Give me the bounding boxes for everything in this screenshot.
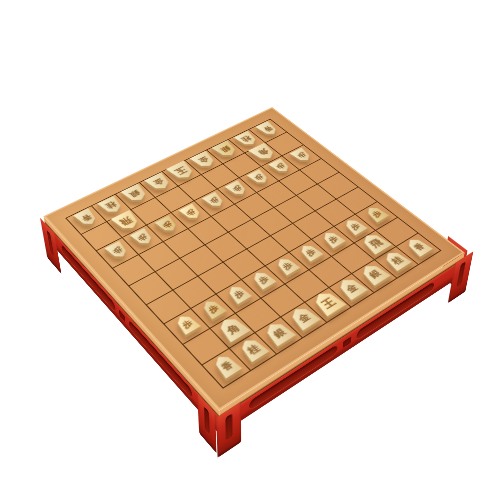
kanji-glyph: 王: [319, 296, 337, 310]
kanji-glyph: 歩: [327, 235, 340, 244]
kanji-glyph: 歩: [160, 220, 172, 229]
piece-top-face: 銀: [260, 319, 297, 348]
square-9f[interactable]: [147, 290, 191, 324]
piece-pawn-sente[interactable]: 歩: [319, 231, 347, 251]
piece-pawn-sente[interactable]: 歩: [224, 285, 253, 307]
kanji-glyph: 歩: [207, 304, 221, 314]
square-6g[interactable]: 歩: [242, 266, 286, 298]
square-7h[interactable]: [236, 298, 281, 333]
piece-side-face: [224, 285, 253, 307]
square-8f[interactable]: [173, 276, 217, 309]
piece-side-face: [213, 316, 251, 346]
kanji-glyph: 玉: [173, 165, 189, 175]
kanji-glyph: 銀: [367, 269, 382, 280]
square-9e[interactable]: [130, 272, 174, 305]
stand-notch: [119, 310, 125, 323]
kanji-glyph: 桂: [240, 135, 253, 143]
piece-top-face: 金: [286, 304, 322, 332]
square-2h[interactable]: 飛: [355, 230, 397, 260]
kanji-glyph: 歩: [274, 162, 286, 170]
piece-top-face: 歩: [296, 242, 324, 262]
square-9c[interactable]: 歩: [97, 238, 139, 268]
kanji-glyph: 飛: [119, 215, 134, 226]
kanji-glyph: 角: [225, 322, 242, 335]
kanji-glyph: 歩: [304, 248, 317, 257]
board-surface: 香桂銀金玉金銀桂香飛角歩歩歩歩歩歩歩歩歩歩歩歩歩歩歩歩歩歩角飛香桂銀金王金銀桂香: [44, 107, 465, 411]
kanji-glyph: 歩: [371, 210, 384, 218]
kanji-glyph: 歩: [184, 208, 196, 216]
kanji-glyph: 歩: [136, 232, 149, 241]
piece-top-face: 金: [334, 275, 369, 301]
square-8h[interactable]: 角: [210, 313, 256, 349]
square-4h[interactable]: [309, 256, 353, 288]
kanji-glyph: 歩: [295, 151, 307, 158]
piece-pawn-sente[interactable]: 歩: [296, 244, 324, 264]
kanji-glyph: 歩: [257, 275, 270, 285]
kanji-glyph: 金: [152, 177, 165, 186]
piece-pawn-gote[interactable]: 歩: [104, 243, 131, 263]
piece-top-face: 歩: [273, 255, 301, 276]
board-grid: 香桂銀金玉金銀桂香飛角歩歩歩歩歩歩歩歩歩歩歩歩歩歩歩歩歩歩角飛香桂銀金王金銀桂香: [65, 119, 441, 389]
kanji-glyph: 歩: [208, 196, 220, 204]
square-7g[interactable]: 歩: [217, 280, 261, 313]
stand-notch: [343, 336, 352, 348]
piece-gold-sente[interactable]: 金: [286, 306, 322, 334]
kanji-glyph: 角: [256, 147, 270, 156]
piece-top-face: 歩: [198, 297, 227, 320]
piece-side-face: [249, 271, 278, 293]
piece-side-face: [236, 338, 271, 366]
shogi-set-photo: 香桂銀金玉金銀桂香飛角歩歩歩歩歩歩歩歩歩歩歩歩歩歩歩歩歩歩角飛香桂銀金王金銀桂香: [0, 0, 500, 500]
piece-side-face: [260, 321, 297, 350]
leg-slot: [204, 406, 210, 435]
kanji-glyph: 歩: [111, 245, 124, 254]
square-9h[interactable]: [183, 329, 229, 366]
piece-side-face: [286, 306, 322, 334]
piece-silver-sente[interactable]: 銀: [357, 263, 392, 288]
piece-pawn-sente[interactable]: 歩: [249, 271, 278, 293]
kanji-glyph: 桂: [246, 343, 262, 356]
piece-top-face: 王: [309, 288, 348, 317]
square-7i[interactable]: 銀: [256, 317, 302, 353]
kanji-glyph: 香: [262, 125, 273, 132]
kanji-glyph: 香: [412, 242, 425, 251]
piece-side-face: [172, 315, 202, 339]
square-7f[interactable]: [199, 262, 242, 294]
piece-side-face: [403, 238, 433, 260]
square-8e[interactable]: [156, 258, 199, 290]
kanji-glyph: 銀: [272, 327, 288, 339]
kanji-glyph: 金: [197, 155, 210, 163]
piece-top-face: 歩: [363, 204, 390, 223]
square-7e[interactable]: [181, 245, 223, 276]
piece-knight-sente[interactable]: 桂: [381, 251, 413, 274]
piece-lance-sente[interactable]: 香: [210, 354, 243, 382]
leg-slot: [225, 413, 232, 440]
square-6i[interactable]: 金: [281, 302, 327, 337]
kanji-glyph: 金: [297, 312, 312, 324]
square-2i[interactable]: 桂: [375, 247, 418, 278]
piece-side-face: [309, 290, 348, 319]
piece-side-face: [381, 251, 413, 274]
square-8d[interactable]: [139, 241, 181, 272]
square-5g[interactable]: 歩: [266, 253, 309, 284]
square-6h[interactable]: [261, 284, 306, 318]
piece-top-face: 歩: [224, 283, 253, 305]
piece-top-face: 歩: [249, 269, 278, 290]
piece-side-face: [334, 277, 369, 303]
square-4i[interactable]: 金: [330, 274, 374, 307]
kanji-glyph: 銀: [219, 145, 232, 153]
square-9i[interactable]: 香: [203, 349, 251, 387]
square-5h[interactable]: [286, 270, 330, 303]
kanji-glyph: 歩: [232, 289, 245, 299]
kanji-glyph: 歩: [252, 173, 264, 181]
kanji-glyph: 飛: [368, 238, 384, 249]
square-5f[interactable]: [247, 236, 289, 266]
piece-lance-sente[interactable]: 香: [403, 238, 433, 260]
piece-pawn-sente[interactable]: 歩: [273, 258, 301, 279]
square-1i[interactable]: 香: [397, 234, 440, 264]
piece-pawn-gote[interactable]: 歩: [129, 230, 156, 250]
piece-pawn-sente[interactable]: 歩: [172, 315, 202, 339]
kanji-glyph: 歩: [281, 261, 294, 271]
piece-bishop-sente[interactable]: 角: [213, 316, 251, 346]
leg-slot: [47, 230, 54, 257]
piece-pawn-gote[interactable]: 歩: [289, 149, 314, 165]
square-3h[interactable]: [332, 243, 375, 274]
piece-side-face: [273, 258, 301, 279]
kanji-glyph: 香: [220, 360, 234, 372]
piece-top-face: 歩: [172, 312, 202, 335]
square-5i[interactable]: 王: [306, 288, 351, 322]
square-6f[interactable]: [223, 249, 266, 280]
scene-3d: 香桂銀金玉金銀桂香飛角歩歩歩歩歩歩歩歩歩歩歩歩歩歩歩歩歩歩角飛香桂銀金王金銀桂香: [0, 0, 500, 500]
piece-top-face: 桂: [236, 335, 271, 363]
piece-top-face: 香: [210, 352, 243, 379]
piece-knight-sente[interactable]: 桂: [236, 338, 271, 366]
piece-pawn-sente[interactable]: 歩: [363, 206, 390, 225]
square-8g[interactable]: 歩: [191, 294, 236, 328]
piece-pawn-sente[interactable]: 歩: [198, 300, 227, 323]
piece-side-face: [104, 243, 131, 263]
leg-slot: [456, 261, 465, 287]
piece-pawn-gote[interactable]: 歩: [268, 160, 293, 177]
kanji-glyph: 歩: [181, 319, 195, 330]
piece-top-face: 飛: [357, 230, 392, 255]
piece-side-face: [210, 354, 243, 382]
square-9d[interactable]: [113, 255, 156, 287]
kanji-glyph: 桂: [390, 255, 405, 265]
kanji-glyph: 銀: [128, 189, 141, 198]
piece-silver-sente[interactable]: 銀: [260, 321, 297, 350]
square-8i[interactable]: 桂: [230, 333, 277, 370]
square-3i[interactable]: 銀: [353, 260, 397, 292]
kanji-glyph: 桂: [104, 200, 117, 209]
piece-side-face: [357, 263, 392, 288]
piece-top-face: 銀: [357, 261, 392, 286]
square-9g[interactable]: 歩: [165, 309, 210, 344]
piece-pawn-sente[interactable]: 歩: [341, 219, 368, 238]
piece-side-face: [319, 231, 347, 251]
kanji-glyph: 歩: [230, 184, 242, 192]
square-4g[interactable]: 歩: [290, 239, 333, 269]
piece-top-face: 歩: [104, 240, 131, 260]
piece-side-face: [296, 244, 324, 264]
shogi-board: 香桂銀金玉金銀桂香飛角歩歩歩歩歩歩歩歩歩歩歩歩歩歩歩歩歩歩角飛香桂銀金王金銀桂香: [44, 107, 465, 411]
piece-king-sente[interactable]: 王: [309, 290, 348, 319]
kanji-glyph: 香: [80, 213, 92, 222]
square-6e[interactable]: [205, 232, 247, 262]
piece-side-face: [358, 233, 393, 258]
kanji-glyph: 金: [345, 283, 360, 294]
piece-top-face: 桂: [380, 248, 412, 271]
piece-rook-sente[interactable]: 飛: [358, 233, 393, 258]
piece-top-face: 香: [403, 236, 433, 258]
kanji-glyph: 歩: [349, 222, 362, 231]
piece-side-face: [198, 300, 227, 323]
piece-gold-sente[interactable]: 金: [334, 277, 369, 303]
piece-top-face: 角: [214, 313, 252, 343]
